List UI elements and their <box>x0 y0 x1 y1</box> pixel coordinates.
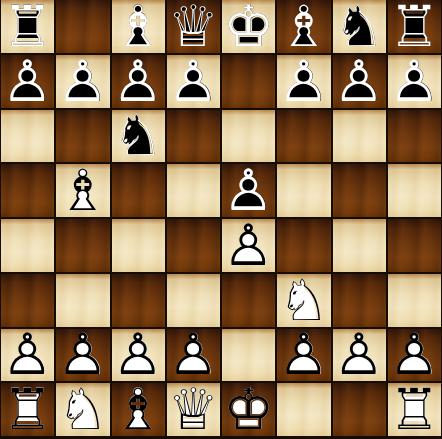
chess-app-window: ♜♖♝♗♛♕♚♔♝♗♞♘♜♖♟♙♟♙♟♙♟♙♟♙♟♙♟♙♞♘♝♗♟♙♟♙♞♘♟♙… <box>0 0 442 439</box>
black-pawn: ♟♙ <box>167 55 220 108</box>
black-rook-body: ♜ <box>388 0 441 53</box>
square-g2[interactable]: ♟♙ <box>333 329 386 382</box>
square-c7[interactable]: ♟♙ <box>112 55 165 108</box>
square-f1[interactable] <box>277 383 330 436</box>
square-g7[interactable]: ♟♙ <box>333 55 386 108</box>
white-rook: ♜♖ <box>1 383 54 436</box>
square-b8[interactable] <box>56 0 109 53</box>
black-queen-outline: ♕ <box>167 0 220 53</box>
square-c8[interactable]: ♝♗ <box>112 0 165 53</box>
square-g3[interactable] <box>333 274 386 327</box>
square-b7[interactable]: ♟♙ <box>56 55 109 108</box>
black-bishop-outline: ♗ <box>277 0 330 53</box>
white-pawn-outline: ♙ <box>56 329 109 382</box>
white-pawn-body: ♟ <box>388 329 441 382</box>
black-rook: ♜♖ <box>1 0 54 53</box>
white-rook: ♜♖ <box>388 383 441 436</box>
white-knight: ♞♘ <box>56 383 109 436</box>
square-e1[interactable]: ♚♔ <box>222 383 275 436</box>
white-pawn-body: ♟ <box>56 329 109 382</box>
black-pawn: ♟♙ <box>277 55 330 108</box>
square-h6[interactable] <box>388 110 441 163</box>
square-e7[interactable] <box>222 55 275 108</box>
white-bishop: ♝♗ <box>56 164 109 217</box>
black-pawn-outline: ♙ <box>277 55 330 108</box>
black-rook: ♜♖ <box>388 0 441 53</box>
black-pawn-body: ♟ <box>1 55 54 108</box>
square-g6[interactable] <box>333 110 386 163</box>
white-pawn-body: ♟ <box>333 329 386 382</box>
white-rook-body: ♜ <box>1 383 54 436</box>
square-d4[interactable] <box>167 219 220 272</box>
black-pawn: ♟♙ <box>112 55 165 108</box>
black-pawn-body: ♟ <box>112 55 165 108</box>
square-a8[interactable]: ♜♖ <box>1 0 54 53</box>
square-a7[interactable]: ♟♙ <box>1 55 54 108</box>
black-knight-body: ♞ <box>333 0 386 53</box>
square-b3[interactable] <box>56 274 109 327</box>
square-e8[interactable]: ♚♔ <box>222 0 275 53</box>
black-rook-outline: ♖ <box>1 0 54 53</box>
square-b6[interactable] <box>56 110 109 163</box>
square-a6[interactable] <box>1 110 54 163</box>
square-g4[interactable] <box>333 219 386 272</box>
white-knight-outline: ♘ <box>277 274 330 327</box>
black-pawn-body: ♟ <box>388 55 441 108</box>
white-pawn-body: ♟ <box>222 219 275 272</box>
square-a4[interactable] <box>1 219 54 272</box>
white-pawn-outline: ♙ <box>222 219 275 272</box>
square-f2[interactable]: ♟♙ <box>277 329 330 382</box>
black-bishop-outline: ♗ <box>112 0 165 53</box>
square-c4[interactable] <box>112 219 165 272</box>
white-queen-body: ♛ <box>167 383 220 436</box>
black-queen-body: ♛ <box>167 0 220 53</box>
square-h7[interactable]: ♟♙ <box>388 55 441 108</box>
black-bishop: ♝♗ <box>277 0 330 53</box>
black-pawn-outline: ♙ <box>167 55 220 108</box>
square-d5[interactable] <box>167 164 220 217</box>
white-king-outline: ♔ <box>222 383 275 436</box>
white-bishop-body: ♝ <box>56 164 109 217</box>
white-bishop-outline: ♗ <box>56 164 109 217</box>
black-knight-outline: ♘ <box>333 0 386 53</box>
square-g5[interactable] <box>333 164 386 217</box>
white-bishop-outline: ♗ <box>112 383 165 436</box>
white-rook-body: ♜ <box>388 383 441 436</box>
square-g8[interactable]: ♞♘ <box>333 0 386 53</box>
square-c3[interactable] <box>112 274 165 327</box>
square-d2[interactable]: ♟♙ <box>167 329 220 382</box>
black-pawn-body: ♟ <box>333 55 386 108</box>
black-pawn-body: ♟ <box>56 55 109 108</box>
square-h4[interactable] <box>388 219 441 272</box>
black-king-outline: ♔ <box>222 0 275 53</box>
white-pawn-outline: ♙ <box>388 329 441 382</box>
white-bishop: ♝♗ <box>112 383 165 436</box>
white-pawn-body: ♟ <box>1 329 54 382</box>
white-knight-body: ♞ <box>277 274 330 327</box>
white-pawn-body: ♟ <box>167 329 220 382</box>
black-pawn-outline: ♙ <box>112 55 165 108</box>
white-pawn: ♟♙ <box>333 329 386 382</box>
square-d8[interactable]: ♛♕ <box>167 0 220 53</box>
white-pawn-body: ♟ <box>277 329 330 382</box>
black-pawn-outline: ♙ <box>56 55 109 108</box>
square-f7[interactable]: ♟♙ <box>277 55 330 108</box>
white-pawn-outline: ♙ <box>167 329 220 382</box>
square-h8[interactable]: ♜♖ <box>388 0 441 53</box>
black-pawn: ♟♙ <box>1 55 54 108</box>
black-pawn-outline: ♙ <box>222 164 275 217</box>
white-king: ♚♔ <box>222 383 275 436</box>
white-pawn: ♟♙ <box>1 329 54 382</box>
black-pawn: ♟♙ <box>222 164 275 217</box>
square-c1[interactable]: ♝♗ <box>112 383 165 436</box>
black-pawn-body: ♟ <box>222 164 275 217</box>
square-c5[interactable] <box>112 164 165 217</box>
black-queen: ♛♕ <box>167 0 220 53</box>
square-e6[interactable] <box>222 110 275 163</box>
square-b1[interactable]: ♞♘ <box>56 383 109 436</box>
black-bishop: ♝♗ <box>112 0 165 53</box>
white-pawn: ♟♙ <box>277 329 330 382</box>
white-pawn: ♟♙ <box>167 329 220 382</box>
white-pawn: ♟♙ <box>56 329 109 382</box>
white-bishop-body: ♝ <box>112 383 165 436</box>
black-king: ♚♔ <box>222 0 275 53</box>
white-king-body: ♚ <box>222 383 275 436</box>
square-f5[interactable] <box>277 164 330 217</box>
black-bishop-body: ♝ <box>112 0 165 53</box>
white-pawn: ♟♙ <box>222 219 275 272</box>
white-rook-outline: ♖ <box>388 383 441 436</box>
square-b2[interactable]: ♟♙ <box>56 329 109 382</box>
white-queen: ♛♕ <box>167 383 220 436</box>
square-b4[interactable] <box>56 219 109 272</box>
black-knight-outline: ♘ <box>112 110 165 163</box>
white-knight-body: ♞ <box>56 383 109 436</box>
square-b5[interactable]: ♝♗ <box>56 164 109 217</box>
square-c2[interactable]: ♟♙ <box>112 329 165 382</box>
white-knight-outline: ♘ <box>56 383 109 436</box>
square-e3[interactable] <box>222 274 275 327</box>
black-pawn: ♟♙ <box>56 55 109 108</box>
square-a3[interactable] <box>1 274 54 327</box>
white-queen-outline: ♕ <box>167 383 220 436</box>
square-g1[interactable] <box>333 383 386 436</box>
black-rook-outline: ♖ <box>388 0 441 53</box>
black-pawn-outline: ♙ <box>388 55 441 108</box>
square-d6[interactable] <box>167 110 220 163</box>
black-pawn-body: ♟ <box>167 55 220 108</box>
white-pawn-outline: ♙ <box>112 329 165 382</box>
white-knight: ♞♘ <box>277 274 330 327</box>
square-h2[interactable]: ♟♙ <box>388 329 441 382</box>
black-pawn-outline: ♙ <box>1 55 54 108</box>
square-e5[interactable]: ♟♙ <box>222 164 275 217</box>
square-a1[interactable]: ♜♖ <box>1 383 54 436</box>
square-a5[interactable] <box>1 164 54 217</box>
white-pawn-body: ♟ <box>112 329 165 382</box>
white-pawn-outline: ♙ <box>333 329 386 382</box>
square-e4[interactable]: ♟♙ <box>222 219 275 272</box>
square-c6[interactable]: ♞♘ <box>112 110 165 163</box>
black-king-body: ♚ <box>222 0 275 53</box>
square-f6[interactable] <box>277 110 330 163</box>
white-pawn: ♟♙ <box>112 329 165 382</box>
black-pawn-body: ♟ <box>277 55 330 108</box>
square-h3[interactable] <box>388 274 441 327</box>
square-f8[interactable]: ♝♗ <box>277 0 330 53</box>
square-f3[interactable]: ♞♘ <box>277 274 330 327</box>
black-pawn-outline: ♙ <box>333 55 386 108</box>
square-a2[interactable]: ♟♙ <box>1 329 54 382</box>
square-h1[interactable]: ♜♖ <box>388 383 441 436</box>
white-pawn-outline: ♙ <box>277 329 330 382</box>
square-e2[interactable] <box>222 329 275 382</box>
square-d3[interactable] <box>167 274 220 327</box>
black-knight-body: ♞ <box>112 110 165 163</box>
square-d1[interactable]: ♛♕ <box>167 383 220 436</box>
black-knight: ♞♘ <box>333 0 386 53</box>
black-pawn: ♟♙ <box>388 55 441 108</box>
chess-board: ♜♖♝♗♛♕♚♔♝♗♞♘♜♖♟♙♟♙♟♙♟♙♟♙♟♙♟♙♞♘♝♗♟♙♟♙♞♘♟♙… <box>0 0 442 439</box>
square-f4[interactable] <box>277 219 330 272</box>
square-d7[interactable]: ♟♙ <box>167 55 220 108</box>
white-pawn: ♟♙ <box>388 329 441 382</box>
black-pawn: ♟♙ <box>333 55 386 108</box>
square-h5[interactable] <box>388 164 441 217</box>
white-rook-outline: ♖ <box>1 383 54 436</box>
black-rook-body: ♜ <box>1 0 54 53</box>
black-bishop-body: ♝ <box>277 0 330 53</box>
white-pawn-outline: ♙ <box>1 329 54 382</box>
black-knight: ♞♘ <box>112 110 165 163</box>
